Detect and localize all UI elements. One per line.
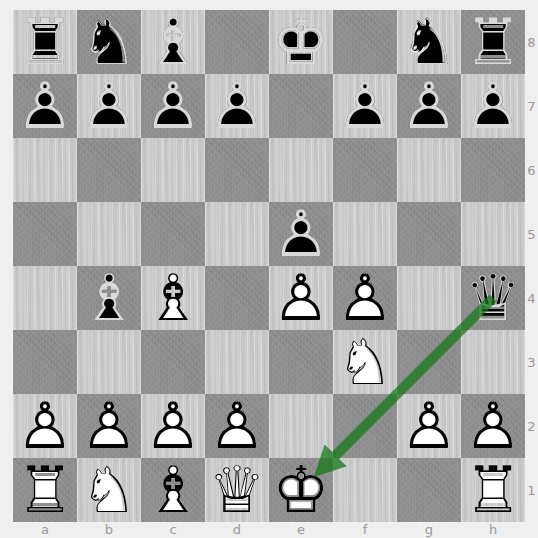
piece-black-knight[interactable]: ♞♘ xyxy=(397,10,461,74)
piece-black-pawn[interactable]: ♟♙ xyxy=(141,74,205,138)
square-b8[interactable]: ♞♘ xyxy=(77,10,141,74)
piece-white-queen[interactable]: ♛♕ xyxy=(205,458,269,522)
file-label-h: h xyxy=(461,522,525,538)
piece-glyph-outline: ♙ xyxy=(461,394,525,458)
square-d2[interactable]: ♟♙ xyxy=(205,394,269,458)
piece-white-bishop[interactable]: ♝♗ xyxy=(141,266,205,330)
square-c7[interactable]: ♟♙ xyxy=(141,74,205,138)
square-h2[interactable]: ♟♙ xyxy=(461,394,525,458)
piece-white-pawn[interactable]: ♟♙ xyxy=(269,266,333,330)
square-d6[interactable] xyxy=(205,138,269,202)
file-label-f: f xyxy=(333,522,397,538)
piece-glyph-outline: ♖ xyxy=(461,10,525,74)
square-h1[interactable]: ♜♖ xyxy=(461,458,525,522)
rank-label-6: 6 xyxy=(525,138,538,202)
square-c1[interactable]: ♝♗ xyxy=(141,458,205,522)
piece-white-pawn[interactable]: ♟♙ xyxy=(77,394,141,458)
square-c3[interactable] xyxy=(141,330,205,394)
square-e4[interactable]: ♟♙ xyxy=(269,266,333,330)
square-f6[interactable] xyxy=(333,138,397,202)
piece-black-pawn[interactable]: ♟♙ xyxy=(77,74,141,138)
square-e5[interactable]: ♟♙ xyxy=(269,202,333,266)
square-g2[interactable]: ♟♙ xyxy=(397,394,461,458)
file-label-g: g xyxy=(397,522,461,538)
square-c5[interactable] xyxy=(141,202,205,266)
piece-black-pawn[interactable]: ♟♙ xyxy=(461,74,525,138)
square-a4[interactable] xyxy=(13,266,77,330)
file-label-a: a xyxy=(13,522,77,538)
piece-glyph-outline: ♙ xyxy=(461,74,525,138)
square-g4[interactable] xyxy=(397,266,461,330)
piece-black-pawn[interactable]: ♟♙ xyxy=(13,74,77,138)
piece-glyph-outline: ♙ xyxy=(333,266,397,330)
piece-black-pawn[interactable]: ♟♙ xyxy=(269,202,333,266)
piece-glyph-outline: ♙ xyxy=(13,394,77,458)
piece-black-queen[interactable]: ♛♕ xyxy=(461,266,525,330)
square-a6[interactable] xyxy=(13,138,77,202)
square-a1[interactable]: ♜♖ xyxy=(13,458,77,522)
file-coordinates: abcdefgh xyxy=(13,522,525,538)
piece-black-rook[interactable]: ♜♖ xyxy=(13,10,77,74)
square-e3[interactable] xyxy=(269,330,333,394)
square-a8[interactable]: ♜♖ xyxy=(13,10,77,74)
square-c4[interactable]: ♝♗ xyxy=(141,266,205,330)
piece-glyph-outline: ♘ xyxy=(397,10,461,74)
rank-label-1: 1 xyxy=(525,458,538,522)
square-g5[interactable] xyxy=(397,202,461,266)
square-a5[interactable] xyxy=(13,202,77,266)
piece-glyph-outline: ♙ xyxy=(397,74,461,138)
piece-glyph-outline: ♕ xyxy=(205,458,269,522)
square-g7[interactable]: ♟♙ xyxy=(397,74,461,138)
square-c2[interactable]: ♟♙ xyxy=(141,394,205,458)
piece-black-pawn[interactable]: ♟♙ xyxy=(333,74,397,138)
piece-black-bishop[interactable]: ♝♗ xyxy=(77,266,141,330)
square-e6[interactable] xyxy=(269,138,333,202)
piece-black-bishop[interactable]: ♝♗ xyxy=(141,10,205,74)
square-e1[interactable]: ♚♔ xyxy=(269,458,333,522)
piece-white-pawn[interactable]: ♟♙ xyxy=(141,394,205,458)
piece-glyph-outline: ♗ xyxy=(141,10,205,74)
rank-label-3: 3 xyxy=(525,330,538,394)
piece-white-pawn[interactable]: ♟♙ xyxy=(205,394,269,458)
square-h5[interactable] xyxy=(461,202,525,266)
rank-coordinates: 87654321 xyxy=(525,10,538,522)
square-d8[interactable] xyxy=(205,10,269,74)
square-g1[interactable] xyxy=(397,458,461,522)
square-h4[interactable]: ♛♕ xyxy=(461,266,525,330)
piece-white-pawn[interactable]: ♟♙ xyxy=(333,266,397,330)
piece-glyph-outline: ♕ xyxy=(461,266,525,330)
piece-white-knight[interactable]: ♞♘ xyxy=(77,458,141,522)
piece-glyph-outline: ♖ xyxy=(13,10,77,74)
piece-black-pawn[interactable]: ♟♙ xyxy=(205,74,269,138)
piece-white-king[interactable]: ♚♔ xyxy=(269,458,333,522)
square-b4[interactable]: ♝♗ xyxy=(77,266,141,330)
square-b1[interactable]: ♞♘ xyxy=(77,458,141,522)
square-f4[interactable]: ♟♙ xyxy=(333,266,397,330)
chessboard-app: ♜♖♞♘♝♗♚♔♞♘♜♖♟♙♟♙♟♙♟♙♟♙♟♙♟♙♟♙♝♗♝♗♟♙♟♙♛♕♞♘… xyxy=(0,0,538,538)
piece-white-rook[interactable]: ♜♖ xyxy=(13,458,77,522)
square-h7[interactable]: ♟♙ xyxy=(461,74,525,138)
square-f8[interactable] xyxy=(333,10,397,74)
piece-white-pawn[interactable]: ♟♙ xyxy=(461,394,525,458)
board: ♜♖♞♘♝♗♚♔♞♘♜♖♟♙♟♙♟♙♟♙♟♙♟♙♟♙♟♙♝♗♝♗♟♙♟♙♛♕♞♘… xyxy=(13,10,525,522)
piece-white-rook[interactable]: ♜♖ xyxy=(461,458,525,522)
square-d3[interactable] xyxy=(205,330,269,394)
square-b7[interactable]: ♟♙ xyxy=(77,74,141,138)
piece-glyph-outline: ♘ xyxy=(77,10,141,74)
piece-white-pawn[interactable]: ♟♙ xyxy=(13,394,77,458)
piece-glyph-outline: ♙ xyxy=(141,74,205,138)
piece-black-rook[interactable]: ♜♖ xyxy=(461,10,525,74)
square-c6[interactable] xyxy=(141,138,205,202)
piece-glyph-outline: ♙ xyxy=(77,394,141,458)
square-d4[interactable] xyxy=(205,266,269,330)
piece-glyph-outline: ♙ xyxy=(333,74,397,138)
square-d7[interactable]: ♟♙ xyxy=(205,74,269,138)
square-a2[interactable]: ♟♙ xyxy=(13,394,77,458)
piece-glyph-outline: ♔ xyxy=(269,458,333,522)
square-f5[interactable] xyxy=(333,202,397,266)
square-f7[interactable]: ♟♙ xyxy=(333,74,397,138)
rank-label-2: 2 xyxy=(525,394,538,458)
square-b2[interactable]: ♟♙ xyxy=(77,394,141,458)
square-g6[interactable] xyxy=(397,138,461,202)
rank-label-8: 8 xyxy=(525,10,538,74)
piece-glyph-outline: ♙ xyxy=(13,74,77,138)
piece-white-bishop[interactable]: ♝♗ xyxy=(141,458,205,522)
rank-label-5: 5 xyxy=(525,202,538,266)
piece-glyph-outline: ♖ xyxy=(461,458,525,522)
piece-glyph-outline: ♔ xyxy=(269,10,333,74)
piece-glyph-outline: ♖ xyxy=(13,458,77,522)
square-d5[interactable] xyxy=(205,202,269,266)
square-f1[interactable] xyxy=(333,458,397,522)
piece-glyph-outline: ♗ xyxy=(77,266,141,330)
square-e7[interactable] xyxy=(269,74,333,138)
square-g8[interactable]: ♞♘ xyxy=(397,10,461,74)
square-f3[interactable]: ♞♘ xyxy=(333,330,397,394)
piece-black-king[interactable]: ♚♔ xyxy=(269,10,333,74)
square-b5[interactable] xyxy=(77,202,141,266)
square-b6[interactable] xyxy=(77,138,141,202)
piece-white-knight[interactable]: ♞♘ xyxy=(333,330,397,394)
rank-label-4: 4 xyxy=(525,266,538,330)
piece-white-pawn[interactable]: ♟♙ xyxy=(397,394,461,458)
square-h6[interactable] xyxy=(461,138,525,202)
square-f2[interactable] xyxy=(333,394,397,458)
square-c8[interactable]: ♝♗ xyxy=(141,10,205,74)
piece-glyph-outline: ♙ xyxy=(269,202,333,266)
piece-glyph-outline: ♙ xyxy=(141,394,205,458)
piece-glyph-outline: ♙ xyxy=(397,394,461,458)
piece-glyph-outline: ♙ xyxy=(77,74,141,138)
rank-label-7: 7 xyxy=(525,74,538,138)
file-label-d: d xyxy=(205,522,269,538)
square-e8[interactable]: ♚♔ xyxy=(269,10,333,74)
square-h8[interactable]: ♜♖ xyxy=(461,10,525,74)
square-b3[interactable] xyxy=(77,330,141,394)
square-e2[interactable] xyxy=(269,394,333,458)
file-label-c: c xyxy=(141,522,205,538)
file-label-e: e xyxy=(269,522,333,538)
square-h3[interactable] xyxy=(461,330,525,394)
piece-glyph-outline: ♙ xyxy=(205,394,269,458)
square-a3[interactable] xyxy=(13,330,77,394)
square-g3[interactable] xyxy=(397,330,461,394)
square-a7[interactable]: ♟♙ xyxy=(13,74,77,138)
piece-glyph-outline: ♗ xyxy=(141,458,205,522)
piece-glyph-outline: ♙ xyxy=(269,266,333,330)
piece-black-knight[interactable]: ♞♘ xyxy=(77,10,141,74)
piece-glyph-outline: ♘ xyxy=(333,330,397,394)
piece-black-pawn[interactable]: ♟♙ xyxy=(397,74,461,138)
file-label-b: b xyxy=(77,522,141,538)
piece-glyph-outline: ♗ xyxy=(141,266,205,330)
piece-glyph-outline: ♙ xyxy=(205,74,269,138)
square-d1[interactable]: ♛♕ xyxy=(205,458,269,522)
piece-glyph-outline: ♘ xyxy=(77,458,141,522)
